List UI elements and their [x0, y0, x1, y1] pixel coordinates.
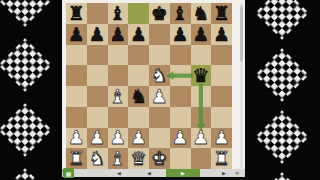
- square-b8[interactable]: [87, 3, 108, 24]
- piece-black-pawn[interactable]: ♟: [108, 24, 129, 45]
- square-a8[interactable]: ♜: [66, 3, 87, 24]
- square-f8[interactable]: ♝: [170, 3, 191, 24]
- square-a6[interactable]: [66, 45, 87, 66]
- square-g5[interactable]: ♛: [191, 65, 212, 86]
- square-h5[interactable]: [211, 65, 232, 86]
- skip-forward-icon[interactable]: ▶: [220, 169, 228, 177]
- square-e2[interactable]: [149, 128, 170, 149]
- piece-white-pawn[interactable]: ♟: [108, 128, 129, 149]
- piece-black-pawn[interactable]: ♟: [211, 24, 232, 45]
- square-f2[interactable]: ♟: [170, 128, 191, 149]
- piece-white-pawn[interactable]: ♟: [191, 128, 212, 149]
- square-h3[interactable]: [211, 107, 232, 128]
- app-window: ♜♝♚♝♞♜♟♟♟♟♟♟♟♞♛♝♞♟♟♟♟♟♟♟♟♜♞♝♛♚♜ ▦ ◀ ◀ ▶ …: [0, 0, 320, 180]
- square-c7[interactable]: ♟: [108, 24, 129, 45]
- piece-black-king[interactable]: ♚: [149, 3, 170, 24]
- board-panel-button[interactable]: ▦: [63, 168, 74, 178]
- piece-white-bishop[interactable]: ♝: [108, 86, 129, 107]
- diamond-cluster-column: [255, 0, 309, 180]
- square-f7[interactable]: ♟: [170, 24, 191, 45]
- square-g1[interactable]: [191, 148, 212, 169]
- square-d2[interactable]: ♟: [128, 128, 149, 149]
- square-e5[interactable]: ♞: [149, 65, 170, 86]
- piece-white-rook[interactable]: ♜: [66, 148, 87, 169]
- square-e8[interactable]: ♚: [149, 3, 170, 24]
- piece-white-king[interactable]: ♚: [149, 148, 170, 169]
- piece-black-pawn[interactable]: ♟: [170, 24, 191, 45]
- piece-white-pawn[interactable]: ♟: [128, 128, 149, 149]
- square-f1[interactable]: [170, 148, 191, 169]
- piece-white-pawn[interactable]: ♟: [170, 128, 191, 149]
- piece-white-pawn[interactable]: ♟: [211, 128, 232, 149]
- square-b7[interactable]: ♟: [87, 24, 108, 45]
- piece-black-rook[interactable]: ♜: [66, 3, 87, 24]
- piece-black-pawn[interactable]: ♟: [128, 24, 149, 45]
- square-a3[interactable]: [66, 107, 87, 128]
- square-h6[interactable]: [211, 45, 232, 66]
- square-b6[interactable]: [87, 45, 108, 66]
- square-d4[interactable]: ♞: [128, 86, 149, 107]
- square-f4[interactable]: [170, 86, 191, 107]
- square-g8[interactable]: ♞: [191, 3, 212, 24]
- square-g4[interactable]: [191, 86, 212, 107]
- piece-white-bishop[interactable]: ♝: [108, 148, 129, 169]
- diamond-cluster-column: [0, 0, 52, 180]
- control-toolbar: ▦ ◀ ◀ ▶ ▶ ≡: [62, 169, 245, 177]
- square-h8[interactable]: ♜: [211, 3, 232, 24]
- piece-black-knight[interactable]: ♞: [128, 86, 149, 107]
- square-e3[interactable]: [149, 107, 170, 128]
- square-c5[interactable]: [108, 65, 129, 86]
- square-a5[interactable]: [66, 65, 87, 86]
- piece-white-pawn[interactable]: ♟: [87, 128, 108, 149]
- square-e6[interactable]: [149, 45, 170, 66]
- skip-backward-icon[interactable]: ◀: [115, 169, 123, 177]
- square-g3[interactable]: [191, 107, 212, 128]
- square-e1[interactable]: ♚: [149, 148, 170, 169]
- square-c2[interactable]: ♟: [108, 128, 129, 149]
- square-d5[interactable]: [128, 65, 149, 86]
- square-a2[interactable]: ♟: [66, 128, 87, 149]
- piece-white-pawn[interactable]: ♟: [149, 86, 170, 107]
- square-h1[interactable]: ♜: [211, 148, 232, 169]
- square-f3[interactable]: [170, 107, 191, 128]
- step-forward-button[interactable]: ▶: [166, 169, 200, 177]
- square-c3[interactable]: [108, 107, 129, 128]
- piece-black-rook[interactable]: ♜: [211, 3, 232, 24]
- square-c8[interactable]: ♝: [108, 3, 129, 24]
- square-a7[interactable]: ♟: [66, 24, 87, 45]
- piece-black-pawn[interactable]: ♟: [191, 24, 212, 45]
- square-d6[interactable]: [128, 45, 149, 66]
- piece-black-pawn[interactable]: ♟: [87, 24, 108, 45]
- background-pattern-left: [0, 0, 62, 180]
- piece-black-bishop[interactable]: ♝: [170, 3, 191, 24]
- square-a4[interactable]: [66, 86, 87, 107]
- square-d3[interactable]: [128, 107, 149, 128]
- square-e4[interactable]: ♟: [149, 86, 170, 107]
- chess-board[interactable]: ♜♝♚♝♞♜♟♟♟♟♟♟♟♞♛♝♞♟♟♟♟♟♟♟♟♜♞♝♛♚♜: [66, 3, 232, 169]
- square-e7[interactable]: [149, 24, 170, 45]
- square-g6[interactable]: [191, 45, 212, 66]
- square-c1[interactable]: ♝: [108, 148, 129, 169]
- scrollbar-track: [240, 3, 243, 169]
- square-b2[interactable]: ♟: [87, 128, 108, 149]
- square-g7[interactable]: ♟: [191, 24, 212, 45]
- square-d8[interactable]: [128, 3, 149, 24]
- piece-black-pawn[interactable]: ♟: [66, 24, 87, 45]
- square-h4[interactable]: [211, 86, 232, 107]
- square-a1[interactable]: ♜: [66, 148, 87, 169]
- app-page: ♜♝♚♝♞♜♟♟♟♟♟♟♟♞♛♝♞♟♟♟♟♟♟♟♟♜♞♝♛♚♜ ▦ ◀ ◀ ▶ …: [62, 0, 245, 177]
- piece-white-rook[interactable]: ♜: [211, 148, 232, 169]
- square-c6[interactable]: [108, 45, 129, 66]
- piece-white-queen[interactable]: ♛: [128, 148, 149, 169]
- piece-black-queen[interactable]: ♛: [191, 65, 212, 86]
- menu-icon[interactable]: ≡: [233, 169, 241, 177]
- background-pattern-right: [245, 0, 320, 180]
- piece-black-knight[interactable]: ♞: [191, 3, 212, 24]
- square-f6[interactable]: [170, 45, 191, 66]
- piece-white-pawn[interactable]: ♟: [66, 128, 87, 149]
- square-c4[interactable]: ♝: [108, 86, 129, 107]
- piece-white-knight[interactable]: ♞: [149, 65, 170, 86]
- square-d1[interactable]: ♛: [128, 148, 149, 169]
- square-b4[interactable]: [87, 86, 108, 107]
- piece-black-bishop[interactable]: ♝: [108, 3, 129, 24]
- square-h7[interactable]: ♟: [211, 24, 232, 45]
- step-backward-icon[interactable]: ◀: [145, 169, 153, 177]
- scrollbar[interactable]: [240, 6, 243, 62]
- piece-white-knight[interactable]: ♞: [87, 148, 108, 169]
- square-f5[interactable]: [170, 65, 191, 86]
- square-g2[interactable]: ♟: [191, 128, 212, 149]
- square-b5[interactable]: [87, 65, 108, 86]
- square-b3[interactable]: [87, 107, 108, 128]
- square-h2[interactable]: ♟: [211, 128, 232, 149]
- square-d7[interactable]: ♟: [128, 24, 149, 45]
- square-b1[interactable]: ♞: [87, 148, 108, 169]
